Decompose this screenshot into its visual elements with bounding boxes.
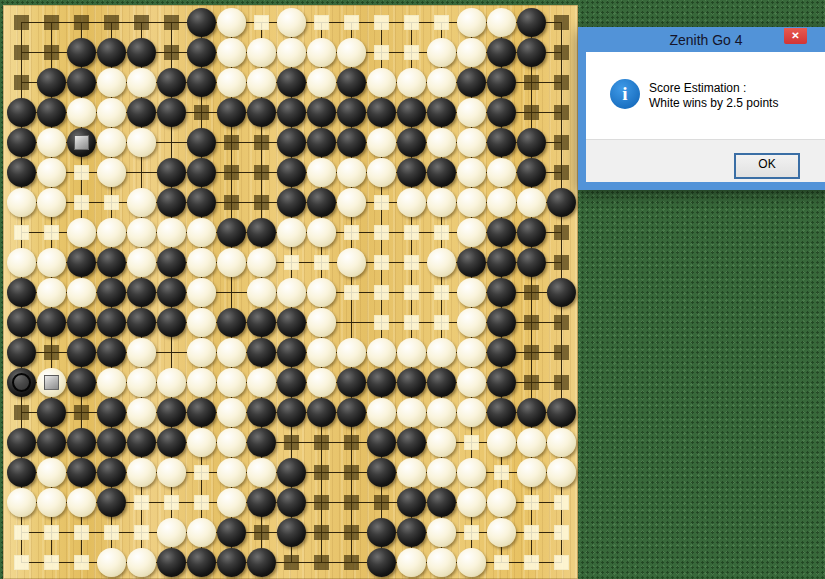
white-stone: [457, 308, 486, 337]
black-territory-marker: [14, 15, 29, 30]
white-stone: [457, 128, 486, 157]
white-stone: [487, 8, 516, 37]
white-stone: [397, 188, 426, 217]
black-stone: [7, 338, 36, 367]
black-territory-marker: [14, 75, 29, 90]
black-territory-marker: [104, 15, 119, 30]
white-stone: [97, 218, 126, 247]
black-stone: [217, 98, 246, 127]
black-stone: [37, 308, 66, 337]
black-stone: [487, 398, 516, 427]
application-background: { "game": "go", "board_size": 19, "windo…: [0, 0, 825, 579]
white-territory-marker: [14, 225, 29, 240]
white-stone: [337, 248, 366, 277]
white-territory-marker: [14, 555, 29, 570]
black-territory-marker: [554, 375, 569, 390]
black-stone: [397, 428, 426, 457]
black-stone: [157, 158, 186, 187]
white-stone: [217, 8, 246, 37]
black-stone: [277, 458, 306, 487]
white-territory-marker: [74, 555, 89, 570]
dialog-message: Score Estimation : White wins by 2.5 poi…: [649, 81, 778, 111]
black-stone: [337, 398, 366, 427]
black-territory-marker: [164, 45, 179, 60]
black-stone: [517, 398, 546, 427]
black-territory-marker: [314, 525, 329, 540]
black-stone: [127, 278, 156, 307]
black-territory-marker: [554, 225, 569, 240]
white-stone: [37, 188, 66, 217]
black-stone: [7, 278, 36, 307]
black-stone: [127, 38, 156, 67]
white-stone: [157, 368, 186, 397]
white-stone: [187, 338, 216, 367]
white-stone: [217, 458, 246, 487]
black-stone: [217, 218, 246, 247]
black-stone: [307, 188, 336, 217]
black-territory-marker: [44, 45, 59, 60]
white-stone: [187, 518, 216, 547]
black-stone: [547, 398, 576, 427]
white-stone: [277, 278, 306, 307]
white-territory-marker: [194, 465, 209, 480]
white-territory-marker: [164, 495, 179, 510]
black-stone: [157, 548, 186, 577]
white-stone: [217, 248, 246, 277]
black-stone: [187, 188, 216, 217]
white-stone: [397, 398, 426, 427]
white-stone: [217, 368, 246, 397]
black-stone: [157, 308, 186, 337]
black-territory-marker: [524, 285, 539, 300]
dialog-footer: OK: [586, 139, 825, 182]
black-stone: [97, 308, 126, 337]
white-stone: [457, 548, 486, 577]
score-dialog: Zenith Go 4 ✕ i Score Estimation : White…: [578, 27, 825, 190]
black-stone: [487, 218, 516, 247]
white-stone: [457, 368, 486, 397]
black-stone: [427, 368, 456, 397]
close-icon[interactable]: ✕: [784, 28, 807, 44]
black-stone: [277, 338, 306, 367]
black-stone: [7, 98, 36, 127]
white-territory-marker: [404, 225, 419, 240]
white-stone: [37, 248, 66, 277]
white-stone: [427, 548, 456, 577]
white-stone: [217, 338, 246, 367]
black-stone: [397, 158, 426, 187]
white-stone: [457, 398, 486, 427]
white-territory-marker: [524, 525, 539, 540]
white-territory-marker: [44, 525, 59, 540]
white-stone: [67, 218, 96, 247]
white-stone: [37, 488, 66, 517]
black-stone: [7, 128, 36, 157]
white-territory-marker: [434, 285, 449, 300]
white-territory-marker: [524, 495, 539, 510]
white-stone: [97, 128, 126, 157]
white-territory-marker: [524, 555, 539, 570]
black-territory-marker: [164, 15, 179, 30]
white-territory-marker: [104, 195, 119, 210]
black-territory-marker: [344, 555, 359, 570]
message-line-1: Score Estimation :: [649, 81, 778, 96]
white-stone: [37, 128, 66, 157]
white-stone: [127, 368, 156, 397]
white-stone: [127, 398, 156, 427]
white-stone: [397, 338, 426, 367]
black-stone: [337, 368, 366, 397]
black-stone: [487, 128, 516, 157]
black-territory-marker: [524, 375, 539, 390]
black-stone: [427, 488, 456, 517]
black-territory-marker: [554, 15, 569, 30]
black-territory-marker: [524, 105, 539, 120]
white-stone: [247, 68, 276, 97]
white-territory-marker: [404, 285, 419, 300]
white-territory-marker: [104, 525, 119, 540]
white-stone: [127, 188, 156, 217]
white-stone: [517, 188, 546, 217]
black-stone: [367, 518, 396, 547]
white-stone: [457, 338, 486, 367]
black-stone: [397, 518, 426, 547]
white-stone: [37, 458, 66, 487]
white-territory-marker: [464, 525, 479, 540]
white-territory-marker: [374, 285, 389, 300]
white-stone: [97, 368, 126, 397]
black-stone: [367, 368, 396, 397]
white-stone: [187, 428, 216, 457]
white-stone: [247, 38, 276, 67]
go-board[interactable]: [3, 5, 578, 579]
black-territory-marker: [344, 465, 359, 480]
white-stone: [157, 218, 186, 247]
black-stone: [97, 338, 126, 367]
white-stone: [307, 218, 336, 247]
white-stone: [127, 458, 156, 487]
black-territory-marker: [554, 255, 569, 270]
ok-button[interactable]: OK: [734, 153, 800, 179]
white-territory-marker: [344, 225, 359, 240]
black-stone: [247, 308, 276, 337]
white-stone: [7, 188, 36, 217]
black-territory-marker: [374, 495, 389, 510]
black-territory-marker: [74, 405, 89, 420]
white-stone: [367, 68, 396, 97]
black-territory-marker: [194, 105, 209, 120]
black-stone: [127, 428, 156, 457]
white-stone: [427, 518, 456, 547]
white-stone: [487, 428, 516, 457]
black-territory-marker: [224, 195, 239, 210]
black-stone: [517, 218, 546, 247]
white-territory-marker: [74, 195, 89, 210]
black-territory-marker: [254, 195, 269, 210]
white-territory-marker: [404, 15, 419, 30]
white-territory-marker: [134, 495, 149, 510]
white-territory-marker: [314, 255, 329, 270]
black-stone: [487, 248, 516, 277]
black-stone: [247, 98, 276, 127]
black-stone: [187, 38, 216, 67]
white-stone: [397, 68, 426, 97]
white-stone: [397, 548, 426, 577]
white-stone: [337, 338, 366, 367]
white-stone: [517, 458, 546, 487]
black-stone: [307, 128, 336, 157]
white-territory-marker: [74, 525, 89, 540]
white-stone: [37, 368, 66, 397]
white-stone: [307, 68, 336, 97]
white-stone: [517, 428, 546, 457]
black-stone: [337, 98, 366, 127]
white-stone: [457, 188, 486, 217]
black-stone: [397, 368, 426, 397]
white-stone: [487, 488, 516, 517]
black-stone: [487, 338, 516, 367]
white-territory-marker: [314, 15, 329, 30]
dead-stone-marker: [44, 375, 59, 390]
black-territory-marker: [44, 345, 59, 360]
white-stone: [547, 428, 576, 457]
black-stone: [397, 128, 426, 157]
black-territory-marker: [554, 45, 569, 60]
black-stone: [487, 278, 516, 307]
black-territory-marker: [44, 15, 59, 30]
black-territory-marker: [314, 555, 329, 570]
black-territory-marker: [524, 345, 539, 360]
black-territory-marker: [344, 435, 359, 450]
black-stone: [187, 548, 216, 577]
white-stone: [217, 428, 246, 457]
white-territory-marker: [374, 225, 389, 240]
black-stone: [127, 308, 156, 337]
black-territory-marker: [134, 15, 149, 30]
black-stone: [367, 458, 396, 487]
black-stone: [7, 308, 36, 337]
white-territory-marker: [404, 45, 419, 60]
circle-marker: [12, 373, 31, 392]
white-territory-marker: [494, 555, 509, 570]
white-stone: [457, 458, 486, 487]
black-territory-marker: [314, 435, 329, 450]
white-territory-marker: [434, 15, 449, 30]
black-stone: [427, 98, 456, 127]
white-stone: [7, 248, 36, 277]
white-stone: [217, 68, 246, 97]
white-stone: [487, 188, 516, 217]
black-stone: [157, 428, 186, 457]
black-territory-marker: [254, 165, 269, 180]
black-stone: [97, 38, 126, 67]
white-territory-marker: [344, 285, 359, 300]
black-territory-marker: [254, 135, 269, 150]
white-stone: [487, 518, 516, 547]
black-stone: [337, 68, 366, 97]
black-stone: [277, 488, 306, 517]
black-stone: [247, 218, 276, 247]
white-stone: [127, 218, 156, 247]
black-stone: [97, 278, 126, 307]
black-territory-marker: [314, 465, 329, 480]
black-territory-marker: [344, 525, 359, 540]
black-stone: [187, 68, 216, 97]
white-stone: [427, 248, 456, 277]
white-territory-marker: [374, 255, 389, 270]
white-stone: [427, 338, 456, 367]
white-stone: [127, 68, 156, 97]
white-stone: [337, 38, 366, 67]
black-stone: [97, 488, 126, 517]
black-stone: [487, 98, 516, 127]
white-stone: [217, 38, 246, 67]
white-stone: [277, 8, 306, 37]
white-territory-marker: [434, 225, 449, 240]
black-stone: [247, 488, 276, 517]
black-stone: [67, 128, 96, 157]
black-stone: [157, 278, 186, 307]
white-stone: [127, 338, 156, 367]
black-territory-marker: [524, 75, 539, 90]
black-stone: [67, 368, 96, 397]
black-stone: [67, 338, 96, 367]
black-stone: [457, 68, 486, 97]
white-territory-marker: [14, 525, 29, 540]
black-territory-marker: [554, 165, 569, 180]
white-territory-marker: [44, 555, 59, 570]
white-stone: [457, 488, 486, 517]
white-stone: [247, 248, 276, 277]
white-stone: [7, 488, 36, 517]
black-stone: [547, 278, 576, 307]
black-territory-marker: [314, 495, 329, 510]
white-territory-marker: [404, 315, 419, 330]
black-territory-marker: [14, 405, 29, 420]
dialog-content: i Score Estimation : White wins by 2.5 p…: [586, 52, 825, 139]
black-territory-marker: [554, 75, 569, 90]
black-stone: [187, 8, 216, 37]
black-territory-marker: [554, 315, 569, 330]
white-territory-marker: [434, 315, 449, 330]
white-stone: [457, 38, 486, 67]
black-stone: [367, 548, 396, 577]
white-stone: [187, 248, 216, 277]
white-stone: [37, 278, 66, 307]
white-territory-marker: [374, 45, 389, 60]
white-stone: [427, 68, 456, 97]
white-territory-marker: [554, 525, 569, 540]
black-stone: [487, 368, 516, 397]
white-territory-marker: [44, 225, 59, 240]
white-stone: [367, 128, 396, 157]
black-stone: [7, 158, 36, 187]
white-stone: [547, 458, 576, 487]
white-territory-marker: [254, 15, 269, 30]
black-stone: [517, 128, 546, 157]
white-stone: [307, 38, 336, 67]
white-stone: [67, 98, 96, 127]
white-stone: [337, 188, 366, 217]
white-stone: [457, 8, 486, 37]
black-territory-marker: [554, 105, 569, 120]
black-stone: [7, 458, 36, 487]
black-stone: [277, 98, 306, 127]
black-stone: [487, 38, 516, 67]
message-line-2: White wins by 2.5 points: [649, 96, 778, 111]
black-stone: [367, 428, 396, 457]
white-territory-marker: [134, 525, 149, 540]
black-stone: [37, 398, 66, 427]
dead-stone-marker: [74, 135, 89, 150]
black-stone: [157, 98, 186, 127]
white-stone: [367, 338, 396, 367]
white-stone: [457, 98, 486, 127]
black-stone: [97, 458, 126, 487]
black-stone: [517, 38, 546, 67]
white-territory-marker: [554, 555, 569, 570]
white-stone: [277, 38, 306, 67]
black-stone: [67, 248, 96, 277]
black-stone: [277, 518, 306, 547]
white-stone: [37, 158, 66, 187]
black-territory-marker: [224, 135, 239, 150]
black-stone: [487, 68, 516, 97]
white-stone: [247, 458, 276, 487]
white-stone: [427, 458, 456, 487]
black-stone: [277, 188, 306, 217]
black-stone: [517, 248, 546, 277]
white-territory-marker: [194, 495, 209, 510]
white-territory-marker: [374, 15, 389, 30]
black-stone: [157, 248, 186, 277]
white-stone: [247, 278, 276, 307]
black-stone: [277, 398, 306, 427]
black-stone: [247, 398, 276, 427]
black-stone: [217, 518, 246, 547]
white-stone: [187, 278, 216, 307]
black-stone: [427, 158, 456, 187]
white-stone: [457, 158, 486, 187]
black-stone: [247, 428, 276, 457]
white-stone: [187, 218, 216, 247]
white-stone: [427, 128, 456, 157]
black-territory-marker: [14, 45, 29, 60]
white-stone: [307, 158, 336, 187]
white-stone: [487, 158, 516, 187]
white-stone: [367, 398, 396, 427]
black-stone: [547, 188, 576, 217]
black-territory-marker: [554, 135, 569, 150]
black-stone: [397, 98, 426, 127]
white-territory-marker: [464, 435, 479, 450]
black-stone: [247, 338, 276, 367]
black-stone: [157, 398, 186, 427]
white-stone: [187, 308, 216, 337]
white-territory-marker: [404, 255, 419, 270]
white-stone: [127, 548, 156, 577]
black-stone: [457, 248, 486, 277]
black-stone: [247, 548, 276, 577]
white-stone: [427, 38, 456, 67]
black-stone: [517, 158, 546, 187]
white-stone: [97, 68, 126, 97]
black-stone: [217, 308, 246, 337]
white-stone: [427, 398, 456, 427]
white-stone: [157, 518, 186, 547]
black-stone: [397, 488, 426, 517]
white-territory-marker: [494, 465, 509, 480]
